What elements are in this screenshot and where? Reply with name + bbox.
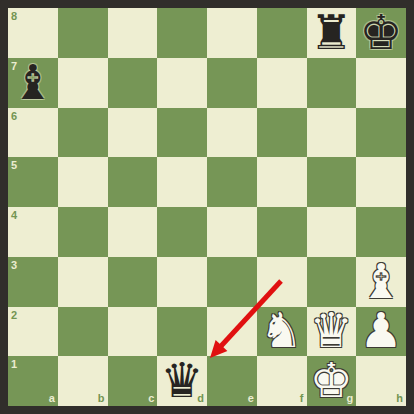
square-a5[interactable]: 5 xyxy=(8,157,58,207)
square-h5[interactable] xyxy=(356,157,406,207)
square-b2[interactable] xyxy=(58,307,108,357)
piece-white-knight[interactable]: ♞ xyxy=(260,306,303,354)
square-f1[interactable]: f xyxy=(257,356,307,406)
square-h7[interactable] xyxy=(356,58,406,108)
square-h4[interactable] xyxy=(356,207,406,257)
chess-board-frame: 8♜♚7♝6543♝2♞♛♟1abcd♛efg♚h xyxy=(0,0,414,414)
square-g2[interactable]: ♛ xyxy=(307,307,357,357)
square-c8[interactable] xyxy=(108,8,158,58)
rank-label-3: 3 xyxy=(11,260,17,271)
square-c7[interactable] xyxy=(108,58,158,108)
piece-white-pawn[interactable]: ♟ xyxy=(360,306,403,354)
square-d3[interactable] xyxy=(157,257,207,307)
square-b3[interactable] xyxy=(58,257,108,307)
square-c4[interactable] xyxy=(108,207,158,257)
square-a6[interactable]: 6 xyxy=(8,108,58,158)
piece-white-bishop[interactable]: ♝ xyxy=(360,257,403,305)
file-label-h: h xyxy=(396,393,403,404)
square-a7[interactable]: 7♝ xyxy=(8,58,58,108)
square-f4[interactable] xyxy=(257,207,307,257)
square-e1[interactable]: e xyxy=(207,356,257,406)
rank-label-8: 8 xyxy=(11,11,17,22)
square-h8[interactable]: ♚ xyxy=(356,8,406,58)
rank-label-4: 4 xyxy=(11,210,17,221)
square-h2[interactable]: ♟ xyxy=(356,307,406,357)
square-a4[interactable]: 4 xyxy=(8,207,58,257)
square-g8[interactable]: ♜ xyxy=(307,8,357,58)
square-b4[interactable] xyxy=(58,207,108,257)
square-d7[interactable] xyxy=(157,58,207,108)
square-f3[interactable] xyxy=(257,257,307,307)
square-h6[interactable] xyxy=(356,108,406,158)
square-e8[interactable] xyxy=(207,8,257,58)
square-g4[interactable] xyxy=(307,207,357,257)
chess-board: 8♜♚7♝6543♝2♞♛♟1abcd♛efg♚h xyxy=(8,8,406,406)
piece-black-bishop[interactable]: ♝ xyxy=(11,58,54,106)
square-g6[interactable] xyxy=(307,108,357,158)
square-e6[interactable] xyxy=(207,108,257,158)
square-f5[interactable] xyxy=(257,157,307,207)
rank-label-6: 6 xyxy=(11,111,17,122)
square-e2[interactable] xyxy=(207,307,257,357)
square-e4[interactable] xyxy=(207,207,257,257)
rank-label-5: 5 xyxy=(11,160,17,171)
square-a3[interactable]: 3 xyxy=(8,257,58,307)
square-h3[interactable]: ♝ xyxy=(356,257,406,307)
piece-white-king[interactable]: ♚ xyxy=(310,356,353,404)
square-d5[interactable] xyxy=(157,157,207,207)
square-h1[interactable]: h xyxy=(356,356,406,406)
square-g7[interactable] xyxy=(307,58,357,108)
piece-black-queen[interactable]: ♛ xyxy=(161,356,204,404)
square-b8[interactable] xyxy=(58,8,108,58)
square-c5[interactable] xyxy=(108,157,158,207)
square-b5[interactable] xyxy=(58,157,108,207)
file-label-e: e xyxy=(248,393,254,404)
file-label-b: b xyxy=(98,393,105,404)
rank-label-2: 2 xyxy=(11,310,17,321)
square-c1[interactable]: c xyxy=(108,356,158,406)
square-f7[interactable] xyxy=(257,58,307,108)
square-d1[interactable]: d♛ xyxy=(157,356,207,406)
square-c6[interactable] xyxy=(108,108,158,158)
square-f6[interactable] xyxy=(257,108,307,158)
rank-label-1: 1 xyxy=(11,359,17,370)
square-e3[interactable] xyxy=(207,257,257,307)
square-d6[interactable] xyxy=(157,108,207,158)
square-d8[interactable] xyxy=(157,8,207,58)
square-f2[interactable]: ♞ xyxy=(257,307,307,357)
file-label-c: c xyxy=(148,393,154,404)
file-label-a: a xyxy=(49,393,55,404)
square-c2[interactable] xyxy=(108,307,158,357)
square-b1[interactable]: b xyxy=(58,356,108,406)
file-label-f: f xyxy=(300,393,304,404)
square-d4[interactable] xyxy=(157,207,207,257)
square-a1[interactable]: 1a xyxy=(8,356,58,406)
piece-black-rook[interactable]: ♜ xyxy=(310,8,353,56)
square-a2[interactable]: 2 xyxy=(8,307,58,357)
square-a8[interactable]: 8 xyxy=(8,8,58,58)
square-c3[interactable] xyxy=(108,257,158,307)
square-b6[interactable] xyxy=(58,108,108,158)
piece-white-queen[interactable]: ♛ xyxy=(310,306,353,354)
square-b7[interactable] xyxy=(58,58,108,108)
square-d2[interactable] xyxy=(157,307,207,357)
square-e7[interactable] xyxy=(207,58,257,108)
piece-black-king[interactable]: ♚ xyxy=(360,8,403,56)
square-g3[interactable] xyxy=(307,257,357,307)
square-f8[interactable] xyxy=(257,8,307,58)
square-e5[interactable] xyxy=(207,157,257,207)
square-g5[interactable] xyxy=(307,157,357,207)
square-g1[interactable]: g♚ xyxy=(307,356,357,406)
